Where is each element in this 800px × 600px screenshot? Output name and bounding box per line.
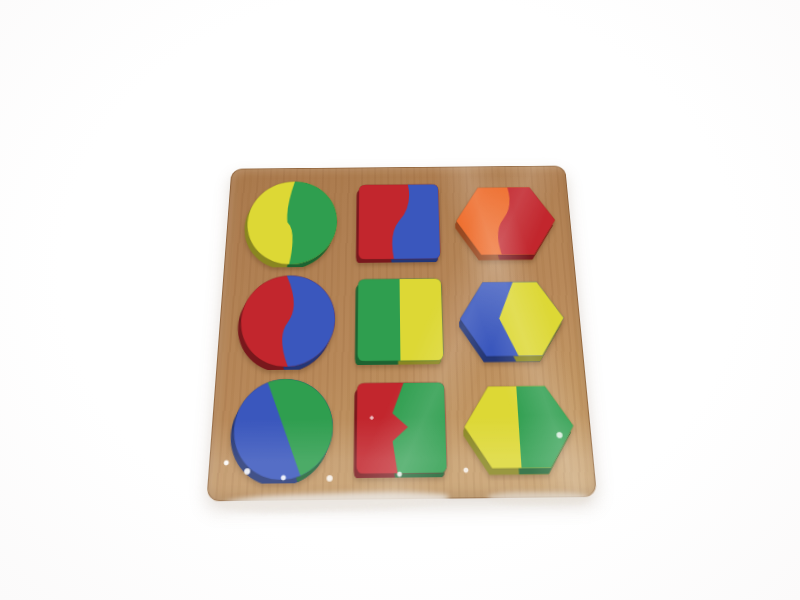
square-zigzag-shape: [352, 378, 451, 478]
piece-r1c0-circle[interactable]: [228, 269, 345, 373]
circle-yin-yang-s-curve-shape: [235, 272, 339, 370]
hexagon-straight-vertical-shape: [461, 376, 579, 479]
square-straight-vertical-shape: [353, 275, 447, 365]
photo-background: [0, 0, 800, 600]
circle-straight-diagonal-shape: [227, 375, 337, 484]
circle-s-curve-wave-shape: [241, 179, 340, 268]
hexagon-zigzag-chevron-shape: [457, 272, 569, 365]
piece-r0c1-square[interactable]: [345, 175, 454, 269]
piece-r1c2-hexagon[interactable]: [454, 267, 573, 371]
puzzle-board: [206, 166, 597, 502]
plastic-wrap-edge: [221, 489, 449, 514]
piece-r0c0-circle[interactable]: [235, 176, 346, 271]
square-s-curve-wave-shape: [355, 181, 444, 263]
shape-grid: [220, 174, 583, 487]
hexagon-s-curve-wave-shape: [454, 179, 560, 264]
piece-r1c1-square[interactable]: [343, 268, 458, 372]
piece-r2c0-circle[interactable]: [220, 372, 343, 487]
plastic-wrap-edge: [488, 492, 590, 505]
piece-r0c2-hexagon[interactable]: [451, 174, 564, 268]
piece-r2c1-square[interactable]: [341, 371, 462, 486]
piece-r2c2-hexagon[interactable]: [458, 370, 583, 485]
